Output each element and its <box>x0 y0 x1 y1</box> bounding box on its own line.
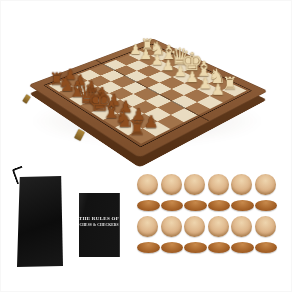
chess-piece-brown-rook: ♜ <box>128 119 145 138</box>
booklet-title-line1: THE RULES OF <box>79 216 119 221</box>
chess-piece-brown-pawn: ♟ <box>144 114 159 131</box>
checker-dark <box>208 242 231 253</box>
checker-row-dark <box>137 200 277 211</box>
checker-dark <box>184 200 207 211</box>
checker-dark <box>137 200 160 211</box>
checker-light <box>137 216 158 237</box>
drawstring-bag <box>17 176 63 267</box>
checker-row-light <box>137 174 277 195</box>
checker-light <box>208 216 229 237</box>
booklet-title-line2: CHESS & CHECKERS <box>79 223 118 227</box>
checker-dark <box>208 200 231 211</box>
chess-piece-cream-pawn: ♟ <box>186 70 199 85</box>
checker-light <box>184 216 205 237</box>
checker-light <box>184 174 205 195</box>
checker-light <box>161 216 182 237</box>
chess-piece-cream-pawn: ♟ <box>211 83 225 98</box>
checker-light <box>161 174 182 195</box>
checker-dark <box>255 242 278 253</box>
checker-light <box>137 174 158 195</box>
checker-dark <box>231 200 254 211</box>
checker-row-light <box>137 216 277 237</box>
checker-light <box>255 174 276 195</box>
checker-dark <box>231 242 254 253</box>
checker-light <box>208 174 229 195</box>
checker-light <box>231 216 252 237</box>
checker-dark <box>137 242 160 253</box>
rules-booklet: THE RULES OF CHESS & CHECKERS <box>79 193 120 257</box>
checker-dark <box>184 242 207 253</box>
checker-dark <box>255 200 278 211</box>
checker-dark <box>161 242 184 253</box>
chess-piece-cream-pawn: ♟ <box>198 76 212 91</box>
checker-light <box>255 216 276 237</box>
checker-row-dark <box>137 242 277 253</box>
checkers-grid <box>137 174 277 253</box>
checker-dark <box>161 200 184 211</box>
product-photo: ♜♞♝♛♚♝♞♜♟♟♟♟♟♟♟♟♟♟♟♟♟♟♟♟♜♞♝♛♚♝♞♜ THE RUL… <box>0 0 292 292</box>
checker-light <box>231 174 252 195</box>
chess-piece-cream-pawn: ♟ <box>162 59 175 73</box>
